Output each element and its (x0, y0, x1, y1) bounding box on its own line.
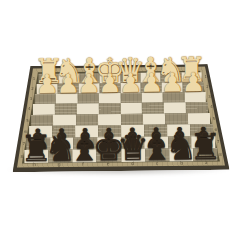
square-h2[interactable]: ♟ (37, 83, 58, 93)
square-c2[interactable]: ♟ (141, 82, 162, 92)
board-row-2: ♟♟♟♟♟♟♟♟ (37, 82, 204, 94)
product-photo: hgfedcba1122334455667788 ♜♞♝♚♛♝♞♜♟♟♟♟♟♟♟… (0, 0, 235, 235)
square-a2[interactable]: ♟ (183, 82, 204, 92)
rank-label-right-3: 3 (208, 95, 211, 99)
square-b4[interactable] (164, 102, 186, 113)
square-e2[interactable]: ♟ (99, 83, 120, 93)
square-c4[interactable] (142, 103, 164, 114)
square-f4[interactable] (77, 103, 99, 114)
rank-label-left-3: 3 (30, 97, 33, 101)
square-d2[interactable]: ♟ (120, 82, 141, 92)
board-row-8: ♜♞♝♚♛♝♞♜ (24, 148, 218, 163)
square-h4[interactable] (33, 104, 55, 115)
squares-grid: ♜♞♝♚♛♝♞♜♟♟♟♟♟♟♟♟♟♟♟♟♟♟♟♟♜♞♝♚♛♝♞♜ (12, 72, 230, 163)
square-a4[interactable] (186, 102, 208, 113)
square-d4[interactable] (120, 103, 142, 114)
square-e4[interactable] (98, 103, 120, 114)
piece-black-rook[interactable]: ♜ (189, 129, 222, 165)
square-f2[interactable]: ♟ (78, 83, 99, 93)
square-g2[interactable]: ♟ (58, 83, 79, 93)
square-g4[interactable] (55, 103, 77, 114)
square-b2[interactable]: ♟ (162, 82, 183, 92)
rank-label-right-4: 4 (210, 105, 213, 109)
chess-board: hgfedcba1122334455667788 ♜♞♝♚♛♝♞♜♟♟♟♟♟♟♟… (11, 64, 229, 172)
piece-white-pawn[interactable]: ♟ (181, 69, 205, 95)
square-a8[interactable]: ♜ (193, 148, 217, 161)
rank-label-left-4: 4 (28, 107, 31, 111)
